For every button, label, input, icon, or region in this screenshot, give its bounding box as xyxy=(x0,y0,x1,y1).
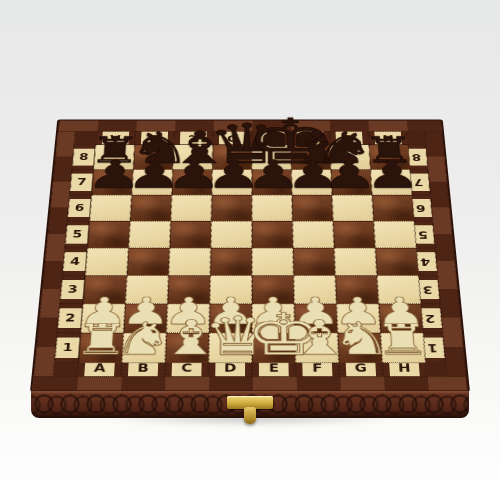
square-a4[interactable] xyxy=(85,248,128,276)
square-c4[interactable] xyxy=(169,248,211,276)
square-h4[interactable] xyxy=(375,248,418,276)
square-f4[interactable] xyxy=(293,248,335,276)
piece-white-bishop-c1[interactable]: ♝ xyxy=(158,314,216,362)
square-b4[interactable] xyxy=(127,248,170,276)
rank-label-4: 4 xyxy=(62,248,87,276)
square-e4[interactable] xyxy=(252,248,294,276)
box-front-panel xyxy=(31,391,469,418)
board-scene: ABCDEFGH ABCDEFGH 87654321 87654321 ♜♞♝♛… xyxy=(30,0,470,392)
piece-white-rook-h1[interactable]: ♜ xyxy=(373,319,432,361)
square-e6[interactable] xyxy=(252,195,293,221)
square-e5[interactable] xyxy=(252,221,293,248)
square-b6[interactable] xyxy=(130,195,172,221)
square-g4[interactable] xyxy=(334,248,377,276)
rank-label-6: 6 xyxy=(67,195,91,221)
square-a5[interactable] xyxy=(87,221,130,248)
board-frame-bottom xyxy=(32,377,468,391)
square-c6[interactable] xyxy=(171,195,212,221)
piece-black-pawn-h7[interactable]: ♟ xyxy=(364,155,419,194)
square-f6[interactable] xyxy=(292,195,333,221)
square-d4[interactable] xyxy=(210,248,252,276)
square-h6[interactable] xyxy=(372,195,414,221)
square-d6[interactable] xyxy=(211,195,252,221)
chess-board[interactable]: ABCDEFGH ABCDEFGH 87654321 87654321 ♜♞♝♛… xyxy=(30,119,470,392)
square-h5[interactable] xyxy=(374,221,417,248)
brass-clasp[interactable] xyxy=(227,396,273,409)
piece-white-king-e1[interactable]: ♚ xyxy=(245,306,302,364)
square-f5[interactable] xyxy=(292,221,334,248)
square-d5[interactable] xyxy=(211,221,252,248)
rank-label-5: 5 xyxy=(65,221,90,248)
square-c5[interactable] xyxy=(170,221,212,248)
square-g6[interactable] xyxy=(332,195,374,221)
square-b5[interactable] xyxy=(129,221,171,248)
square-g5[interactable] xyxy=(333,221,375,248)
piece-white-rook-a1[interactable]: ♜ xyxy=(72,319,131,361)
square-a6[interactable] xyxy=(90,195,132,221)
photo-background: ABCDEFGH ABCDEFGH 87654321 87654321 ♜♞♝♛… xyxy=(0,0,500,500)
